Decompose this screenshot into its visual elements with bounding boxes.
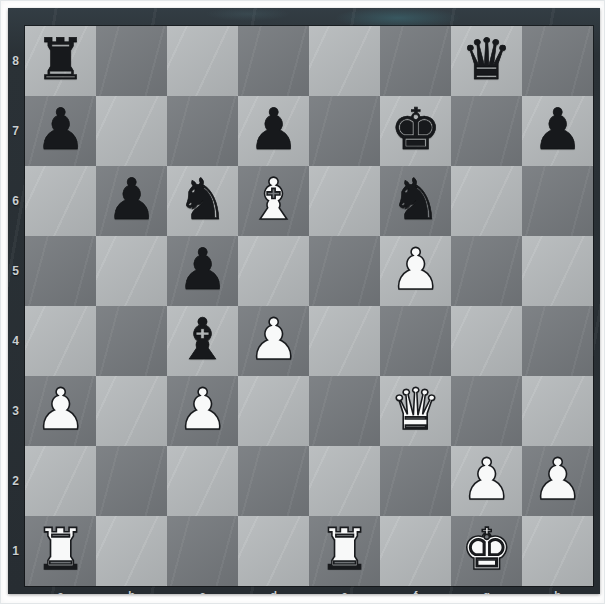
square-e5[interactable] [309,236,380,306]
square-a4[interactable] [25,306,96,376]
piece-white-rook[interactable]: ♜ [35,521,86,578]
square-f6[interactable]: ♞ [380,166,451,236]
square-g1[interactable]: ♚ [451,516,522,586]
square-d1[interactable] [238,516,309,586]
square-g3[interactable] [451,376,522,446]
square-e7[interactable] [309,96,380,166]
square-h7[interactable]: ♟ [522,96,593,166]
square-h4[interactable] [522,306,593,376]
square-b4[interactable] [96,306,167,376]
piece-black-knight[interactable]: ♞ [390,171,441,228]
square-a6[interactable] [25,166,96,236]
file-label-d: d [238,589,309,594]
square-c3[interactable]: ♟ [167,376,238,446]
square-f7[interactable]: ♚ [380,96,451,166]
file-label-f: f [380,589,451,594]
square-g8[interactable]: ♛ [451,26,522,96]
piece-white-pawn[interactable]: ♟ [248,311,299,368]
file-label-e: e [309,589,380,594]
square-c6[interactable]: ♞ [167,166,238,236]
square-d3[interactable] [238,376,309,446]
square-h3[interactable] [522,376,593,446]
square-e1[interactable]: ♜ [309,516,380,586]
piece-white-queen[interactable]: ♛ [390,381,441,438]
square-g2[interactable]: ♟ [451,446,522,516]
square-g4[interactable] [451,306,522,376]
square-b1[interactable] [96,516,167,586]
piece-white-king[interactable]: ♚ [461,521,512,578]
square-a5[interactable] [25,236,96,306]
square-d8[interactable] [238,26,309,96]
chess-board: ♜♛♟♟♚♟♟♞♝♞♟♟♝♟♟♟♛♟♟♜♜♚ [25,26,593,586]
square-c1[interactable] [167,516,238,586]
file-label-g: g [451,589,522,594]
square-d6[interactable]: ♝ [238,166,309,236]
piece-black-pawn[interactable]: ♟ [35,101,86,158]
square-e8[interactable] [309,26,380,96]
square-b6[interactable]: ♟ [96,166,167,236]
piece-black-bishop[interactable]: ♝ [177,311,228,368]
square-g5[interactable] [451,236,522,306]
square-f5[interactable]: ♟ [380,236,451,306]
rank-label-1: 1 [8,516,23,586]
rank-label-3: 3 [8,376,23,446]
square-b5[interactable] [96,236,167,306]
square-c7[interactable] [167,96,238,166]
square-h1[interactable] [522,516,593,586]
square-d5[interactable] [238,236,309,306]
square-c4[interactable]: ♝ [167,306,238,376]
square-c5[interactable]: ♟ [167,236,238,306]
square-a1[interactable]: ♜ [25,516,96,586]
piece-white-bishop[interactable]: ♝ [248,171,299,228]
square-a7[interactable]: ♟ [25,96,96,166]
rank-label-7: 7 [8,96,23,166]
square-d4[interactable]: ♟ [238,306,309,376]
square-f1[interactable] [380,516,451,586]
piece-white-pawn[interactable]: ♟ [461,451,512,508]
file-label-h: h [522,589,593,594]
square-e4[interactable] [309,306,380,376]
piece-white-pawn[interactable]: ♟ [532,451,583,508]
rank-label-4: 4 [8,306,23,376]
piece-white-pawn[interactable]: ♟ [390,241,441,298]
square-b2[interactable] [96,446,167,516]
piece-black-king[interactable]: ♚ [390,101,441,158]
square-g7[interactable] [451,96,522,166]
rank-label-2: 2 [8,446,23,516]
square-a2[interactable] [25,446,96,516]
board-frame: 87654321 ♜♛♟♟♚♟♟♞♝♞♟♟♝♟♟♟♛♟♟♜♜♚ abcdefgh [8,8,600,594]
rank-label-8: 8 [8,26,23,96]
piece-black-pawn[interactable]: ♟ [532,101,583,158]
rank-label-5: 5 [8,236,23,306]
piece-white-pawn[interactable]: ♟ [35,381,86,438]
square-b8[interactable] [96,26,167,96]
square-b3[interactable] [96,376,167,446]
square-h2[interactable]: ♟ [522,446,593,516]
square-f2[interactable] [380,446,451,516]
square-c2[interactable] [167,446,238,516]
piece-black-rook[interactable]: ♜ [35,31,86,88]
piece-black-pawn[interactable]: ♟ [177,241,228,298]
file-label-b: b [96,589,167,594]
square-h8[interactable] [522,26,593,96]
file-label-a: a [25,589,96,594]
square-f8[interactable] [380,26,451,96]
piece-black-queen[interactable]: ♛ [461,31,512,88]
piece-black-pawn[interactable]: ♟ [248,101,299,158]
square-h5[interactable] [522,236,593,306]
square-f3[interactable]: ♛ [380,376,451,446]
rank-labels: 87654321 [8,26,25,586]
square-c8[interactable] [167,26,238,96]
square-g6[interactable] [451,166,522,236]
square-d2[interactable] [238,446,309,516]
piece-white-pawn[interactable]: ♟ [177,381,228,438]
square-e3[interactable] [309,376,380,446]
square-a8[interactable]: ♜ [25,26,96,96]
rank-label-6: 6 [8,166,23,236]
piece-black-pawn[interactable]: ♟ [106,171,157,228]
square-e6[interactable] [309,166,380,236]
square-a3[interactable]: ♟ [25,376,96,446]
chess-diagram: 87654321 ♜♛♟♟♚♟♟♞♝♞♟♟♝♟♟♟♛♟♟♜♜♚ abcdefgh [0,0,605,604]
square-d7[interactable]: ♟ [238,96,309,166]
square-e2[interactable] [309,446,380,516]
piece-black-knight[interactable]: ♞ [177,171,228,228]
square-h6[interactable] [522,166,593,236]
square-f4[interactable] [380,306,451,376]
file-labels: abcdefgh [25,586,593,594]
file-label-c: c [167,589,238,594]
piece-white-rook[interactable]: ♜ [319,521,370,578]
square-b7[interactable] [96,96,167,166]
